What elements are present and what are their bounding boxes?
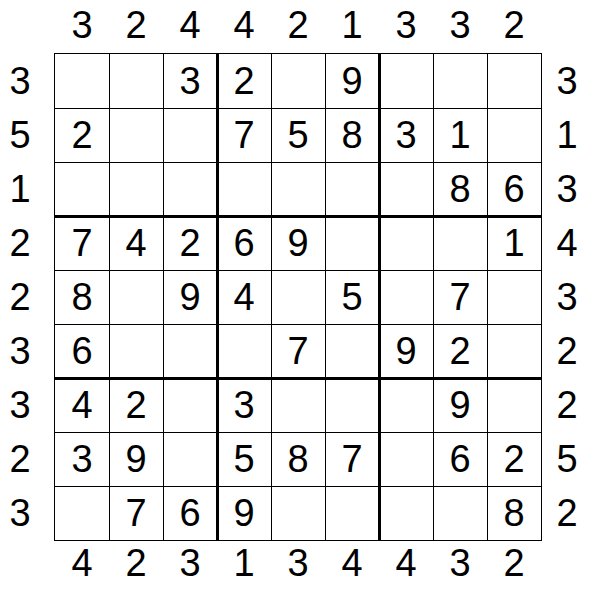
sudoku-board: 3292758318674269189457679242393958762769…: [55, 54, 541, 540]
cell-r6c4[interactable]: [217, 324, 271, 378]
clue-top-9: 2: [487, 0, 541, 50]
clue-top-5: 2: [271, 0, 325, 50]
cell-r3c9[interactable]: 6: [487, 162, 541, 216]
cell-r2c8[interactable]: 1: [433, 108, 487, 162]
cell-r4c9[interactable]: 1: [487, 216, 541, 270]
cell-r6c5[interactable]: 7: [271, 324, 325, 378]
clue-right-1: 3: [541, 54, 593, 108]
cell-r8c9[interactable]: 2: [487, 432, 541, 486]
clue-left-8: 2: [0, 432, 40, 486]
clue-bottom-4: 1: [217, 540, 271, 585]
cell-r8c3[interactable]: [163, 432, 217, 486]
clue-right-2: 1: [541, 108, 593, 162]
cell-r4c5[interactable]: 9: [271, 216, 325, 270]
cell-r6c6[interactable]: [325, 324, 379, 378]
clue-left-5: 2: [0, 270, 40, 324]
cell-r7c1[interactable]: 4: [55, 378, 109, 432]
cell-r2c1[interactable]: 2: [55, 108, 109, 162]
cell-r3c6[interactable]: [325, 162, 379, 216]
cell-r3c7[interactable]: [379, 162, 433, 216]
cell-r3c2[interactable]: [109, 162, 163, 216]
cell-r5c4[interactable]: 4: [217, 270, 271, 324]
clue-left-9: 3: [0, 486, 40, 540]
clue-right-7: 2: [541, 378, 593, 432]
clue-top-3: 4: [163, 0, 217, 50]
clue-left-1: 3: [0, 54, 40, 108]
cell-r7c7[interactable]: [379, 378, 433, 432]
cell-r8c5[interactable]: 8: [271, 432, 325, 486]
cell-r8c4[interactable]: 5: [217, 432, 271, 486]
clue-left-6: 3: [0, 324, 40, 378]
cell-r9c1[interactable]: [55, 486, 109, 540]
clue-bottom-9: 2: [487, 540, 541, 585]
cell-r2c9[interactable]: [487, 108, 541, 162]
cell-r9c3[interactable]: 6: [163, 486, 217, 540]
cell-r7c5[interactable]: [271, 378, 325, 432]
clue-bottom-5: 3: [271, 540, 325, 585]
cell-r2c4[interactable]: 7: [217, 108, 271, 162]
cell-r6c8[interactable]: 2: [433, 324, 487, 378]
cell-r4c8[interactable]: [433, 216, 487, 270]
clue-bottom-8: 3: [433, 540, 487, 585]
sudoku-puzzle-page: 324421332 351223323 313432252 423134432 …: [0, 0, 595, 595]
clue-left-2: 5: [0, 108, 40, 162]
clue-top-1: 3: [55, 0, 109, 50]
cell-r1c9[interactable]: [487, 54, 541, 108]
cell-r6c1[interactable]: 6: [55, 324, 109, 378]
clue-right-9: 2: [541, 486, 593, 540]
cell-r9c6[interactable]: [325, 486, 379, 540]
clue-bottom-1: 4: [55, 540, 109, 585]
right-clues: 313432252: [541, 54, 593, 540]
cell-r9c2[interactable]: 7: [109, 486, 163, 540]
clue-left-3: 1: [0, 162, 40, 216]
cell-r8c7[interactable]: [379, 432, 433, 486]
clue-right-8: 5: [541, 432, 593, 486]
cell-r1c4[interactable]: 2: [217, 54, 271, 108]
cell-r4c1[interactable]: 7: [55, 216, 109, 270]
cell-r4c7[interactable]: [379, 216, 433, 270]
cell-r5c1[interactable]: 8: [55, 270, 109, 324]
clue-bottom-3: 3: [163, 540, 217, 585]
cell-r7c3[interactable]: [163, 378, 217, 432]
cell-r9c4[interactable]: 9: [217, 486, 271, 540]
clue-bottom-6: 4: [325, 540, 379, 585]
cell-r4c3[interactable]: 2: [163, 216, 217, 270]
cell-r7c6[interactable]: [325, 378, 379, 432]
sudoku-cells: 3292758318674269189457679242393958762769…: [55, 54, 541, 540]
cell-r2c7[interactable]: 3: [379, 108, 433, 162]
cell-r5c8[interactable]: 7: [433, 270, 487, 324]
clue-right-4: 4: [541, 216, 593, 270]
cell-r7c8[interactable]: 9: [433, 378, 487, 432]
cell-r5c6[interactable]: 5: [325, 270, 379, 324]
cell-r8c8[interactable]: 6: [433, 432, 487, 486]
cell-r8c6[interactable]: 7: [325, 432, 379, 486]
cell-r5c7[interactable]: [379, 270, 433, 324]
cell-r6c9[interactable]: [487, 324, 541, 378]
cell-r6c7[interactable]: 9: [379, 324, 433, 378]
cell-r7c2[interactable]: 2: [109, 378, 163, 432]
cell-r3c1[interactable]: [55, 162, 109, 216]
cell-r2c2[interactable]: [109, 108, 163, 162]
cell-r3c3[interactable]: [163, 162, 217, 216]
cell-r7c4[interactable]: 3: [217, 378, 271, 432]
cell-r3c5[interactable]: [271, 162, 325, 216]
clue-top-6: 1: [325, 0, 379, 50]
cell-r3c8[interactable]: 8: [433, 162, 487, 216]
cell-r4c6[interactable]: [325, 216, 379, 270]
cell-r9c7[interactable]: [379, 486, 433, 540]
cell-r9c9[interactable]: 8: [487, 486, 541, 540]
cell-r9c8[interactable]: [433, 486, 487, 540]
cell-r1c8[interactable]: [433, 54, 487, 108]
cell-r5c2[interactable]: [109, 270, 163, 324]
top-clues: 324421332: [55, 0, 541, 50]
clue-left-4: 2: [0, 216, 40, 270]
clue-top-7: 3: [379, 0, 433, 50]
cell-r1c3[interactable]: 3: [163, 54, 217, 108]
cell-r2c6[interactable]: 8: [325, 108, 379, 162]
cell-r1c5[interactable]: [271, 54, 325, 108]
cell-r6c3[interactable]: [163, 324, 217, 378]
cell-r3c4[interactable]: [217, 162, 271, 216]
bottom-clues: 423134432: [55, 540, 541, 585]
clue-top-2: 2: [109, 0, 163, 50]
cell-r5c5[interactable]: [271, 270, 325, 324]
cell-r2c3[interactable]: [163, 108, 217, 162]
cell-r5c9[interactable]: [487, 270, 541, 324]
cell-r9c5[interactable]: [271, 486, 325, 540]
clue-top-4: 4: [217, 0, 271, 50]
cell-r5c3[interactable]: 9: [163, 270, 217, 324]
clue-bottom-7: 4: [379, 540, 433, 585]
left-clues: 351223323: [0, 54, 40, 540]
cell-r4c4[interactable]: 6: [217, 216, 271, 270]
clue-right-3: 3: [541, 162, 593, 216]
cell-r1c6[interactable]: 9: [325, 54, 379, 108]
cell-r6c2[interactable]: [109, 324, 163, 378]
cell-r1c2[interactable]: [109, 54, 163, 108]
clue-left-7: 3: [0, 378, 40, 432]
clue-right-5: 3: [541, 270, 593, 324]
clue-bottom-2: 2: [109, 540, 163, 585]
cell-r8c2[interactable]: 9: [109, 432, 163, 486]
cell-r7c9[interactable]: [487, 378, 541, 432]
cell-r1c7[interactable]: [379, 54, 433, 108]
cell-r8c1[interactable]: 3: [55, 432, 109, 486]
clue-right-6: 2: [541, 324, 593, 378]
clue-top-8: 3: [433, 0, 487, 50]
cell-r4c2[interactable]: 4: [109, 216, 163, 270]
cell-r1c1[interactable]: [55, 54, 109, 108]
cell-r2c5[interactable]: 5: [271, 108, 325, 162]
